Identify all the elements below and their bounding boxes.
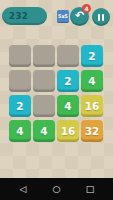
android-navbar: ◁ ○ □ — [0, 178, 113, 200]
tile-32: 32 — [81, 120, 103, 142]
pause-button[interactable] — [92, 8, 110, 26]
tile-empty — [33, 95, 55, 117]
undo-count-badge: 4 — [82, 4, 91, 13]
tile-2: 2 — [81, 45, 103, 67]
score-value: 232 — [2, 7, 47, 25]
tile-empty — [33, 70, 55, 92]
tile-empty — [33, 45, 55, 67]
tile-4: 4 — [9, 120, 31, 142]
tile-2: 2 — [57, 70, 79, 92]
tile-empty — [57, 45, 79, 67]
game-screen: 232 5x5 ↶ 4 2242416441632 ◁ ○ □ — [0, 0, 113, 200]
undo-button[interactable]: ↶ 4 — [70, 7, 89, 26]
tile-empty — [9, 70, 31, 92]
tile-4: 4 — [57, 95, 79, 117]
tile-empty — [9, 45, 31, 67]
back-icon[interactable]: ◁ — [17, 178, 29, 200]
score-pill: 232 — [2, 7, 47, 25]
grid-size-button[interactable]: 5x5 — [57, 10, 69, 23]
pause-icon — [98, 14, 100, 21]
tile-16: 16 — [81, 95, 103, 117]
tile-2: 2 — [9, 95, 31, 117]
tile-16: 16 — [57, 120, 79, 142]
pause-icon — [102, 14, 104, 21]
home-icon[interactable]: ○ — [51, 178, 63, 200]
board: 2242416441632 — [9, 45, 103, 142]
recents-icon[interactable]: □ — [84, 178, 96, 200]
tile-4: 4 — [81, 70, 103, 92]
tile-4: 4 — [33, 120, 55, 142]
grid-size-label: 5x5 — [58, 14, 68, 19]
